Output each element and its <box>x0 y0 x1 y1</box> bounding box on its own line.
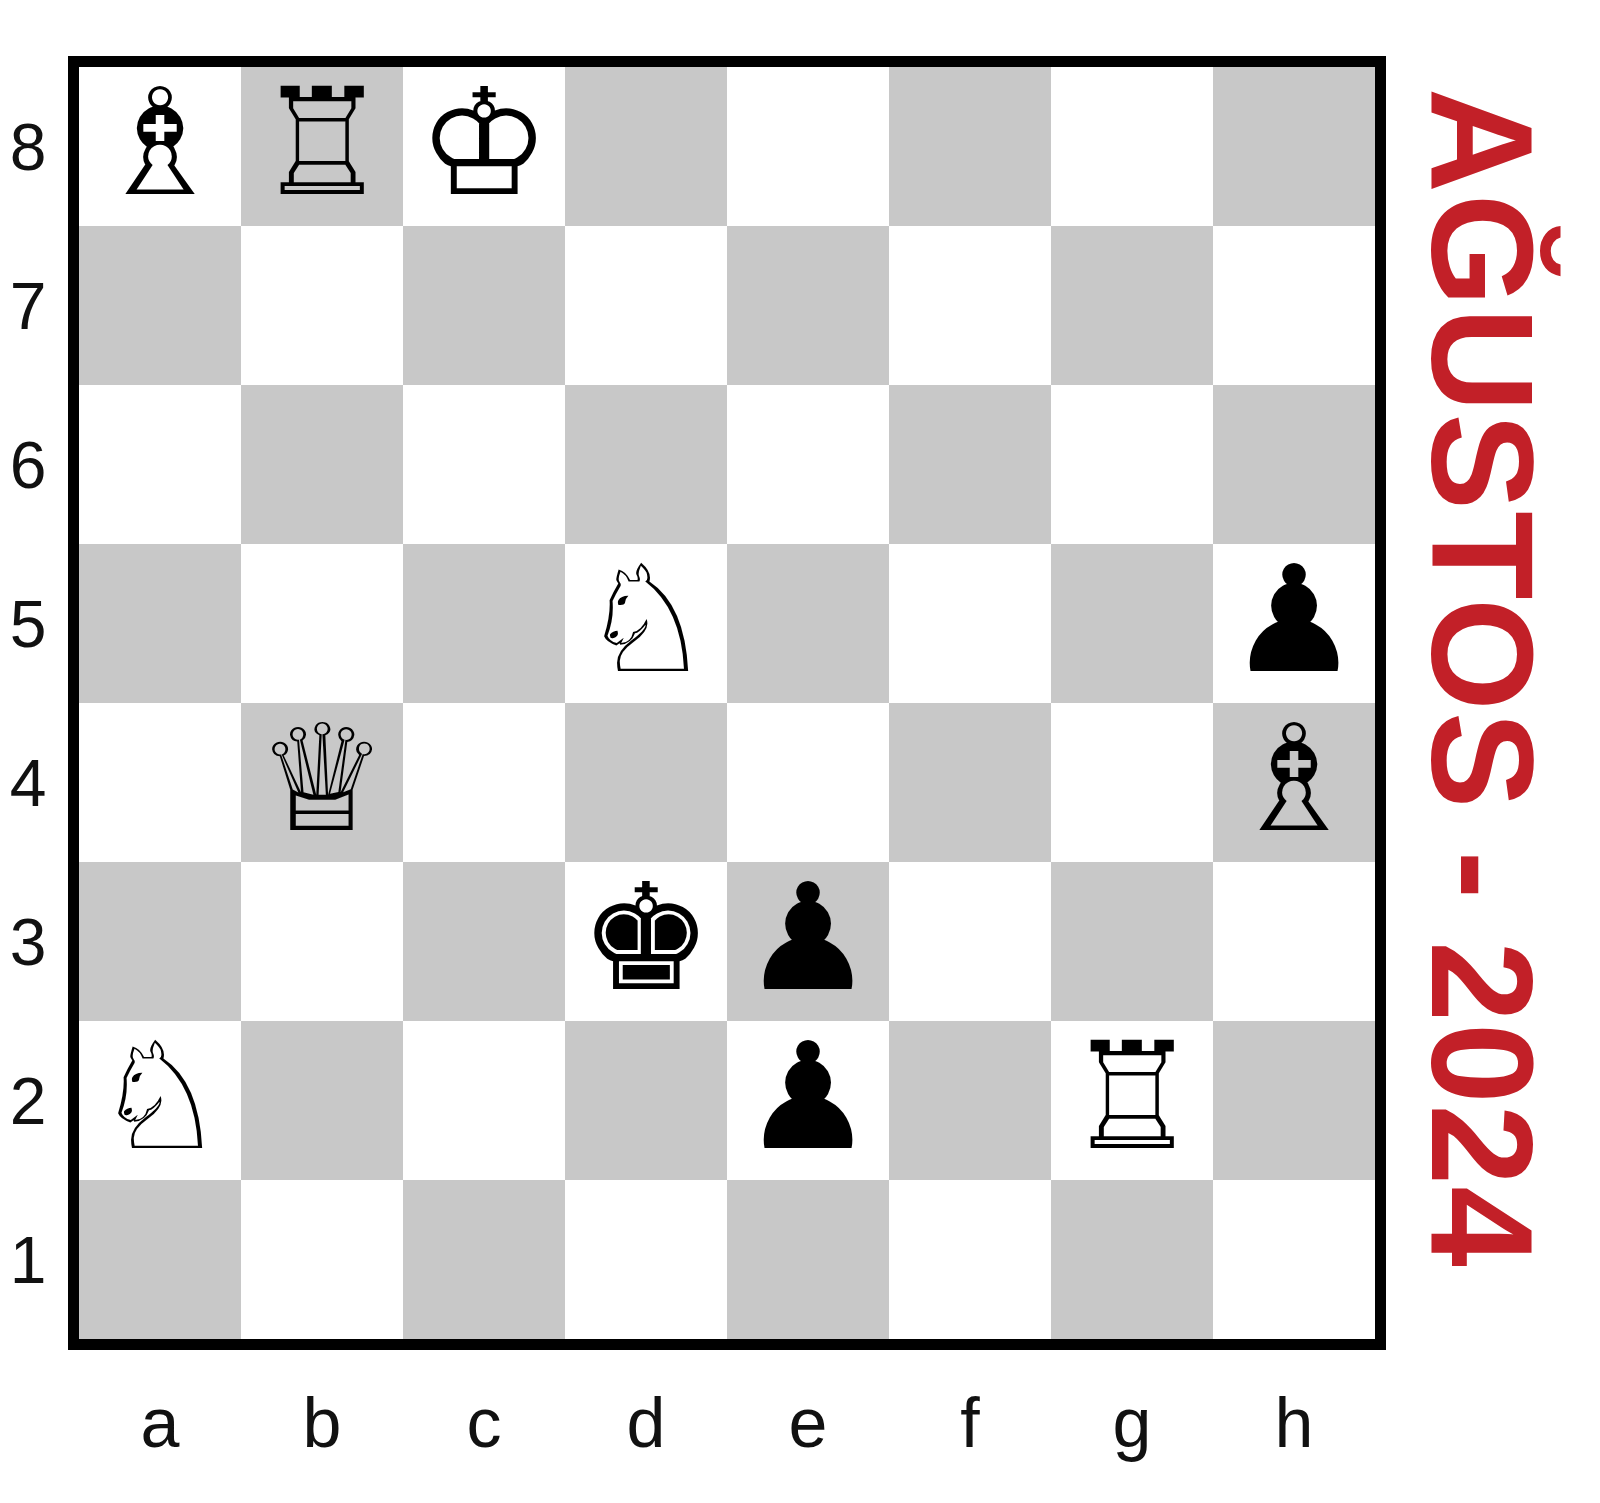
piece-white-bishop-h4[interactable]: ♗ <box>1228 705 1361 853</box>
square-a8[interactable]: ♗ <box>79 67 241 226</box>
file-label-e: e <box>727 1368 889 1478</box>
square-b3[interactable] <box>241 862 403 1021</box>
square-c4[interactable] <box>403 703 565 862</box>
piece-white-king-c8[interactable]: ♔ <box>418 69 551 217</box>
square-b7[interactable] <box>241 226 403 385</box>
file-label-h: h <box>1213 1368 1375 1478</box>
piece-white-queen-b4[interactable]: ♕ <box>256 705 389 853</box>
square-g7[interactable] <box>1051 226 1213 385</box>
square-c1[interactable] <box>403 1180 565 1339</box>
square-h7[interactable] <box>1213 226 1375 385</box>
square-a5[interactable] <box>79 544 241 703</box>
square-a2[interactable]: ♘ <box>79 1021 241 1180</box>
piece-black-pawn-h5[interactable]: ♟ <box>1228 546 1361 694</box>
square-d4[interactable] <box>565 703 727 862</box>
square-c8[interactable]: ♔ <box>403 67 565 226</box>
square-d6[interactable] <box>565 385 727 544</box>
piece-white-rook-b8[interactable]: ♖ <box>256 69 389 217</box>
square-a1[interactable] <box>79 1180 241 1339</box>
file-label-d: d <box>565 1368 727 1478</box>
square-g2[interactable]: ♖ <box>1051 1021 1213 1180</box>
square-c5[interactable] <box>403 544 565 703</box>
square-h1[interactable] <box>1213 1180 1375 1339</box>
rank-label-5: 5 <box>0 544 56 703</box>
square-h8[interactable] <box>1213 67 1375 226</box>
piece-black-king-d3[interactable]: ♚ <box>580 864 713 1012</box>
rank-label-3: 3 <box>0 862 56 1021</box>
square-f6[interactable] <box>889 385 1051 544</box>
square-d7[interactable] <box>565 226 727 385</box>
chess-board: ♗♖♔♘♟♕♗♚♟♘♟♖ <box>68 56 1386 1350</box>
file-label-b: b <box>241 1368 403 1478</box>
file-label-g: g <box>1051 1368 1213 1478</box>
piece-black-pawn-e2[interactable]: ♟ <box>742 1023 875 1171</box>
rank-label-1: 1 <box>0 1180 56 1339</box>
square-f8[interactable] <box>889 67 1051 226</box>
square-h4[interactable]: ♗ <box>1213 703 1375 862</box>
square-b1[interactable] <box>241 1180 403 1339</box>
piece-white-knight-a2[interactable]: ♘ <box>94 1023 227 1171</box>
month-year-label: AĞUSTOS - 2024 <box>1398 88 1565 1268</box>
square-a6[interactable] <box>79 385 241 544</box>
rank-label-4: 4 <box>0 703 56 862</box>
rank-label-6: 6 <box>0 385 56 544</box>
square-e2[interactable]: ♟ <box>727 1021 889 1180</box>
square-c2[interactable] <box>403 1021 565 1180</box>
square-f3[interactable] <box>889 862 1051 1021</box>
square-d3[interactable]: ♚ <box>565 862 727 1021</box>
rank-labels: 87654321 <box>0 67 56 1339</box>
square-g5[interactable] <box>1051 544 1213 703</box>
square-a7[interactable] <box>79 226 241 385</box>
square-h5[interactable]: ♟ <box>1213 544 1375 703</box>
square-d8[interactable] <box>565 67 727 226</box>
chess-diagram-page: 87654321 ♗♖♔♘♟♕♗♚♟♘♟♖ abcdefgh AĞUSTOS -… <box>0 0 1600 1503</box>
square-d2[interactable] <box>565 1021 727 1180</box>
square-g4[interactable] <box>1051 703 1213 862</box>
square-g8[interactable] <box>1051 67 1213 226</box>
square-e4[interactable] <box>727 703 889 862</box>
square-c6[interactable] <box>403 385 565 544</box>
square-a4[interactable] <box>79 703 241 862</box>
square-c3[interactable] <box>403 862 565 1021</box>
piece-white-bishop-a8[interactable]: ♗ <box>94 69 227 217</box>
square-g6[interactable] <box>1051 385 1213 544</box>
square-h2[interactable] <box>1213 1021 1375 1180</box>
file-label-c: c <box>403 1368 565 1478</box>
square-e6[interactable] <box>727 385 889 544</box>
square-e7[interactable] <box>727 226 889 385</box>
square-h6[interactable] <box>1213 385 1375 544</box>
rank-label-7: 7 <box>0 226 56 385</box>
file-label-a: a <box>79 1368 241 1478</box>
square-f4[interactable] <box>889 703 1051 862</box>
square-f1[interactable] <box>889 1180 1051 1339</box>
square-d1[interactable] <box>565 1180 727 1339</box>
square-c7[interactable] <box>403 226 565 385</box>
square-b6[interactable] <box>241 385 403 544</box>
square-f2[interactable] <box>889 1021 1051 1180</box>
file-labels: abcdefgh <box>79 1368 1375 1478</box>
square-e1[interactable] <box>727 1180 889 1339</box>
square-h3[interactable] <box>1213 862 1375 1021</box>
square-a3[interactable] <box>79 862 241 1021</box>
square-g3[interactable] <box>1051 862 1213 1021</box>
square-f7[interactable] <box>889 226 1051 385</box>
square-b8[interactable]: ♖ <box>241 67 403 226</box>
square-f5[interactable] <box>889 544 1051 703</box>
square-b2[interactable] <box>241 1021 403 1180</box>
square-d5[interactable]: ♘ <box>565 544 727 703</box>
rank-label-2: 2 <box>0 1021 56 1180</box>
square-e3[interactable]: ♟ <box>727 862 889 1021</box>
square-g1[interactable] <box>1051 1180 1213 1339</box>
square-e5[interactable] <box>727 544 889 703</box>
rank-label-8: 8 <box>0 67 56 226</box>
piece-black-pawn-e3[interactable]: ♟ <box>742 864 875 1012</box>
piece-white-knight-d5[interactable]: ♘ <box>580 546 713 694</box>
file-label-f: f <box>889 1368 1051 1478</box>
square-b4[interactable]: ♕ <box>241 703 403 862</box>
square-e8[interactable] <box>727 67 889 226</box>
piece-white-rook-g2[interactable]: ♖ <box>1066 1023 1199 1171</box>
square-b5[interactable] <box>241 544 403 703</box>
